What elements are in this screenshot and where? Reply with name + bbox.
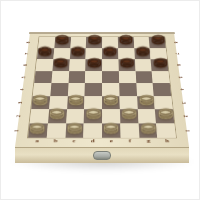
white-checker-g3: ⛂ [139, 90, 154, 108]
square-c7: ⛂ [69, 48, 86, 59]
dark-checker-c7: ⛂ [71, 42, 85, 58]
square-g1: ⛂ [138, 123, 157, 138]
square-b5 [51, 71, 69, 83]
square-d6: ⛂ [85, 59, 102, 71]
file-label-b: b [46, 138, 65, 147]
board-scene: ⛂⛂⛂⛂⛂⛂⛂⛂⛂⛂⛂⛂⛂⛂⛂⛂⛂⛂⛂⛂⛂⛂⛂⛂abcdefgh88776655… [0, 0, 200, 200]
square-h8: ⛂ [149, 37, 166, 48]
square-g6 [135, 59, 152, 71]
white-checker-b2: ⛂ [49, 103, 64, 121]
square-d8: ⛂ [86, 37, 102, 48]
dark-checker-f8: ⛂ [119, 31, 133, 47]
square-f4 [119, 83, 137, 96]
square-e3: ⛂ [102, 96, 120, 109]
square-g3: ⛂ [137, 96, 155, 109]
white-checker-e3: ⛂ [103, 90, 118, 108]
square-f5 [119, 71, 136, 83]
dark-checker-g7: ⛂ [136, 42, 150, 58]
square-b6: ⛂ [52, 59, 69, 71]
square-f6: ⛂ [118, 59, 135, 71]
square-h6: ⛂ [151, 59, 169, 71]
rank-right-label-4: 4 [167, 86, 186, 94]
file-label-e: e [102, 138, 121, 147]
dark-checker-b6: ⛂ [54, 53, 68, 70]
file-label-f: f [120, 138, 139, 147]
file-label-a: a [27, 138, 47, 147]
square-f2: ⛂ [120, 109, 138, 123]
square-c6 [69, 59, 86, 71]
file-label-h: h [157, 138, 177, 147]
square-d2: ⛂ [84, 109, 102, 123]
dark-checker-d6: ⛂ [87, 53, 101, 70]
white-checker-d2: ⛂ [85, 103, 100, 121]
file-label-d: d [83, 138, 102, 147]
white-checker-g1: ⛂ [140, 118, 156, 137]
square-b2: ⛂ [48, 109, 67, 123]
square-f8: ⛂ [118, 37, 134, 48]
square-d5 [85, 71, 102, 83]
white-checker-c3: ⛂ [68, 90, 83, 108]
dark-checker-f6: ⛂ [120, 53, 134, 70]
square-g5 [135, 71, 153, 83]
square-a7: ⛂ [37, 48, 54, 59]
square-e1: ⛂ [102, 123, 120, 138]
square-e6 [102, 59, 119, 71]
square-a3: ⛂ [31, 96, 50, 109]
square-c5 [68, 71, 85, 83]
file-label-g: g [139, 138, 158, 147]
square-d4 [85, 83, 102, 96]
square-c1: ⛂ [65, 123, 84, 138]
white-checker-a3: ⛂ [33, 90, 48, 108]
white-checker-a1: ⛂ [30, 118, 46, 137]
product-photo-checkers-set: ⛂⛂⛂⛂⛂⛂⛂⛂⛂⛂⛂⛂⛂⛂⛂⛂⛂⛂⛂⛂⛂⛂⛂⛂abcdefgh88776655… [0, 0, 200, 200]
dark-checker-d8: ⛂ [87, 31, 101, 47]
dark-checker-b8: ⛂ [55, 31, 69, 47]
rank-right-label-1: 1 [171, 126, 191, 135]
file-label-c: c [65, 138, 84, 147]
dark-checker-h8: ⛂ [151, 31, 165, 47]
dark-checker-a7: ⛂ [38, 42, 52, 58]
square-b8: ⛂ [54, 37, 71, 48]
square-b4 [50, 83, 68, 96]
white-checker-h2: ⛂ [157, 103, 172, 121]
white-checker-f2: ⛂ [121, 103, 136, 121]
square-e5 [102, 71, 119, 83]
white-checker-e1: ⛂ [103, 118, 119, 137]
square-a1: ⛂ [28, 123, 48, 138]
dark-checker-h6: ⛂ [153, 53, 167, 70]
checkers-board: ⛂⛂⛂⛂⛂⛂⛂⛂⛂⛂⛂⛂⛂⛂⛂⛂⛂⛂⛂⛂⛂⛂⛂⛂abcdefgh88776655… [15, 34, 189, 147]
square-e7: ⛂ [102, 48, 118, 59]
square-g7: ⛂ [134, 48, 151, 59]
square-c3: ⛂ [67, 96, 85, 109]
square-h2: ⛂ [155, 109, 174, 123]
white-checker-c1: ⛂ [67, 118, 83, 137]
dark-checker-e7: ⛂ [103, 42, 117, 58]
